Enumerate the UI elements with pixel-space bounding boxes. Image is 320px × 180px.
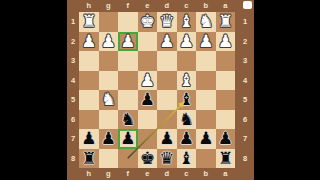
square-d3[interactable]: [157, 51, 177, 71]
square-h1[interactable]: ♜: [79, 12, 99, 32]
file-label-b: b: [196, 168, 216, 180]
square-f6[interactable]: ♞: [118, 110, 138, 130]
square-c8[interactable]: ♝: [177, 149, 197, 169]
file-label-a: a: [216, 168, 236, 180]
letterboxed-stage: { "game": "chess", "position": { "fen": …: [0, 0, 320, 180]
square-c4[interactable]: ♝: [177, 71, 197, 91]
square-b7[interactable]: ♟: [196, 129, 216, 149]
piece-white-pawn: ♟: [179, 32, 194, 52]
piece-black-bishop: ♝: [179, 149, 194, 169]
square-a5[interactable]: [216, 90, 236, 110]
square-g2[interactable]: ♟: [99, 32, 119, 52]
rank-label-6: 6: [67, 110, 79, 130]
square-c2[interactable]: ♟: [177, 32, 197, 52]
square-b6[interactable]: [196, 110, 216, 130]
square-e1[interactable]: ♚: [138, 12, 158, 32]
rank-label-2: 2: [67, 32, 79, 52]
square-c5[interactable]: ♝: [177, 90, 197, 110]
square-f2[interactable]: ♟: [118, 32, 138, 52]
file-label-h: h: [79, 0, 99, 12]
square-g8[interactable]: [99, 149, 119, 169]
piece-white-pawn: ♟: [140, 71, 155, 91]
board-frame: hgfedcba hgfedcba 12345678 12345678 ♜♚♛♝…: [67, 0, 254, 180]
square-h6[interactable]: [79, 110, 99, 130]
square-a3[interactable]: [216, 51, 236, 71]
file-label-b: b: [196, 0, 216, 12]
piece-white-pawn: ♟: [198, 32, 213, 52]
file-labels-bottom: hgfedcba: [79, 168, 235, 180]
square-f8[interactable]: [118, 149, 138, 169]
rank-labels-left: 12345678: [67, 12, 79, 168]
square-b5[interactable]: [196, 90, 216, 110]
square-g3[interactable]: [99, 51, 119, 71]
piece-white-pawn: ♟: [159, 32, 174, 52]
file-labels-top: hgfedcba: [79, 0, 235, 12]
rank-label-4: 4: [236, 71, 254, 91]
square-g6[interactable]: [99, 110, 119, 130]
square-g1[interactable]: [99, 12, 119, 32]
square-c6[interactable]: ♞: [177, 110, 197, 130]
piece-white-rook: ♜: [81, 12, 96, 32]
square-e2[interactable]: [138, 32, 158, 52]
square-h8[interactable]: ♜: [79, 149, 99, 169]
piece-black-pawn: ♟: [81, 129, 96, 149]
square-d5[interactable]: [157, 90, 177, 110]
piece-white-bishop: ♝: [179, 71, 194, 91]
rank-label-8: 8: [67, 149, 79, 169]
square-a4[interactable]: [216, 71, 236, 91]
rank-label-5: 5: [236, 90, 254, 110]
rank-label-1: 1: [236, 12, 254, 32]
square-g4[interactable]: [99, 71, 119, 91]
rank-labels-right: 12345678: [236, 12, 254, 168]
file-label-a: a: [216, 0, 236, 12]
rank-label-7: 7: [67, 129, 79, 149]
square-f7[interactable]: ♟: [118, 129, 138, 149]
square-h4[interactable]: [79, 71, 99, 91]
square-h5[interactable]: [79, 90, 99, 110]
piece-white-knight: ♞: [101, 90, 116, 110]
square-e8[interactable]: ♚: [138, 149, 158, 169]
file-label-f: f: [118, 0, 138, 12]
square-b3[interactable]: [196, 51, 216, 71]
square-d1[interactable]: ♛: [157, 12, 177, 32]
square-b1[interactable]: ♞: [196, 12, 216, 32]
piece-white-queen: ♛: [159, 12, 174, 32]
square-b2[interactable]: ♟: [196, 32, 216, 52]
file-label-g: g: [99, 168, 119, 180]
square-f1[interactable]: [118, 12, 138, 32]
rank-label-6: 6: [236, 110, 254, 130]
piece-black-pawn: ♟: [179, 129, 194, 149]
square-h7[interactable]: ♟: [79, 129, 99, 149]
watermark-icon: [243, 1, 252, 9]
file-label-d: d: [157, 0, 177, 12]
square-e4[interactable]: ♟: [138, 71, 158, 91]
square-b4[interactable]: [196, 71, 216, 91]
square-a6[interactable]: [216, 110, 236, 130]
square-h2[interactable]: ♟: [79, 32, 99, 52]
rank-label-4: 4: [67, 71, 79, 91]
file-label-d: d: [157, 168, 177, 180]
piece-white-pawn: ♟: [101, 32, 116, 52]
square-e3[interactable]: [138, 51, 158, 71]
rank-label-5: 5: [67, 90, 79, 110]
square-a2[interactable]: ♟: [216, 32, 236, 52]
piece-black-queen: ♛: [159, 149, 174, 169]
piece-black-pawn: ♟: [101, 129, 116, 149]
square-b8[interactable]: [196, 149, 216, 169]
rank-label-7: 7: [236, 129, 254, 149]
square-d8[interactable]: ♛: [157, 149, 177, 169]
rank-label-3: 3: [67, 51, 79, 71]
piece-black-pawn: ♟: [198, 129, 213, 149]
piece-black-pawn: ♟: [218, 129, 233, 149]
square-d2[interactable]: ♟: [157, 32, 177, 52]
square-f4[interactable]: [118, 71, 138, 91]
file-label-h: h: [79, 168, 99, 180]
piece-white-bishop: ♝: [179, 12, 194, 32]
piece-black-rook: ♜: [81, 149, 96, 169]
square-c1[interactable]: ♝: [177, 12, 197, 32]
square-c3[interactable]: [177, 51, 197, 71]
rank-label-2: 2: [236, 32, 254, 52]
square-a1[interactable]: ♜: [216, 12, 236, 32]
piece-black-rook: ♜: [218, 149, 233, 169]
file-label-c: c: [177, 0, 197, 12]
square-d6[interactable]: [157, 110, 177, 130]
square-d7[interactable]: ♟: [157, 129, 177, 149]
piece-black-pawn: ♟: [159, 129, 174, 149]
file-label-e: e: [138, 0, 158, 12]
square-a7[interactable]: ♟: [216, 129, 236, 149]
piece-white-king: ♚: [140, 12, 155, 32]
rank-label-8: 8: [236, 149, 254, 169]
piece-black-king: ♚: [140, 149, 155, 169]
square-f5[interactable]: [118, 90, 138, 110]
square-f3[interactable]: [118, 51, 138, 71]
piece-white-knight: ♞: [198, 12, 213, 32]
piece-black-pawn: ♟: [140, 90, 155, 110]
chess-board: ♜♚♛♝♞♜♟♟♟♟♟♟♟♟♝♞♟♝♞♞♟♟♟♟♟♟♟♜♚♛♝♜: [79, 12, 235, 168]
square-d4[interactable]: [157, 71, 177, 91]
piece-black-pawn: ♟: [120, 129, 135, 149]
square-e7[interactable]: [138, 129, 158, 149]
file-label-e: e: [138, 168, 158, 180]
piece-white-pawn: ♟: [218, 32, 233, 52]
piece-black-bishop: ♝: [179, 90, 194, 110]
square-e5[interactable]: ♟: [138, 90, 158, 110]
piece-black-knight: ♞: [179, 110, 194, 130]
piece-white-pawn: ♟: [81, 32, 96, 52]
rank-label-3: 3: [236, 51, 254, 71]
file-label-f: f: [118, 168, 138, 180]
square-a8[interactable]: ♜: [216, 149, 236, 169]
piece-white-pawn: ♟: [120, 32, 135, 52]
square-e6[interactable]: [138, 110, 158, 130]
file-label-g: g: [99, 0, 119, 12]
file-label-c: c: [177, 168, 197, 180]
square-g7[interactable]: ♟: [99, 129, 119, 149]
square-c7[interactable]: ♟: [177, 129, 197, 149]
piece-black-knight: ♞: [120, 110, 135, 130]
rank-label-1: 1: [67, 12, 79, 32]
square-g5[interactable]: ♞: [99, 90, 119, 110]
square-h3[interactable]: [79, 51, 99, 71]
piece-white-rook: ♜: [218, 12, 233, 32]
